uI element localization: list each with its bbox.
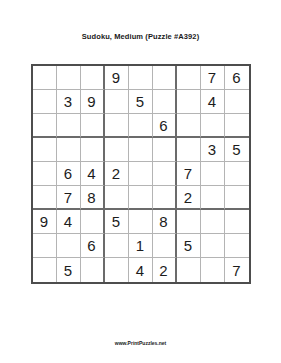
cell-r3c9[interactable] [225, 114, 249, 138]
cell-r6c8[interactable] [201, 186, 225, 210]
cell-r9c2[interactable]: 5 [57, 258, 81, 282]
cell-r1c3[interactable] [81, 66, 105, 90]
cell-r4c7[interactable] [177, 138, 201, 162]
cell-r6c4[interactable] [105, 186, 129, 210]
cell-r7c3[interactable] [81, 210, 105, 234]
cell-r1c5[interactable] [129, 66, 153, 90]
cell-r9c7[interactable] [177, 258, 201, 282]
cell-r9c3[interactable] [81, 258, 105, 282]
cell-r9c1[interactable] [33, 258, 57, 282]
cell-r4c3[interactable] [81, 138, 105, 162]
cell-r3c6[interactable]: 6 [153, 114, 177, 138]
cell-r6c9[interactable] [225, 186, 249, 210]
cell-r6c3[interactable]: 8 [81, 186, 105, 210]
cell-r8c3[interactable]: 6 [81, 234, 105, 258]
cell-r4c1[interactable] [33, 138, 57, 162]
cell-r7c7[interactable] [177, 210, 201, 234]
cell-r3c1[interactable] [33, 114, 57, 138]
cell-r7c1[interactable]: 9 [33, 210, 57, 234]
cell-r2c9[interactable] [225, 90, 249, 114]
cell-r7c8[interactable] [201, 210, 225, 234]
cell-r5c1[interactable] [33, 162, 57, 186]
cell-r1c7[interactable] [177, 66, 201, 90]
cell-r5c5[interactable] [129, 162, 153, 186]
cell-r9c4[interactable] [105, 258, 129, 282]
cell-r3c5[interactable] [129, 114, 153, 138]
cell-r7c9[interactable] [225, 210, 249, 234]
cell-r7c4[interactable]: 5 [105, 210, 129, 234]
cell-r6c7[interactable]: 2 [177, 186, 201, 210]
cell-r2c5[interactable]: 5 [129, 90, 153, 114]
cell-r5c2[interactable]: 6 [57, 162, 81, 186]
cell-r2c8[interactable]: 4 [201, 90, 225, 114]
cell-r3c8[interactable] [201, 114, 225, 138]
cell-r1c6[interactable] [153, 66, 177, 90]
cell-r5c9[interactable] [225, 162, 249, 186]
footer-url: www.PrintPuzzles.net [0, 340, 281, 346]
cell-r5c4[interactable]: 2 [105, 162, 129, 186]
cell-r7c6[interactable]: 8 [153, 210, 177, 234]
cell-r1c2[interactable] [57, 66, 81, 90]
cell-r3c3[interactable] [81, 114, 105, 138]
cell-r1c1[interactable] [33, 66, 57, 90]
cell-r7c5[interactable] [129, 210, 153, 234]
cell-r8c1[interactable] [33, 234, 57, 258]
cell-r2c3[interactable]: 9 [81, 90, 105, 114]
cell-r6c5[interactable] [129, 186, 153, 210]
cell-r1c4[interactable]: 9 [105, 66, 129, 90]
cell-r6c6[interactable] [153, 186, 177, 210]
cell-r8c7[interactable]: 5 [177, 234, 201, 258]
cell-r8c8[interactable] [201, 234, 225, 258]
cell-r5c8[interactable] [201, 162, 225, 186]
cell-r3c4[interactable] [105, 114, 129, 138]
cell-r8c6[interactable] [153, 234, 177, 258]
cell-r2c1[interactable] [33, 90, 57, 114]
cell-r2c2[interactable]: 3 [57, 90, 81, 114]
sudoku-grid: 9763954635642778294586155427 [31, 64, 251, 284]
cell-r9c8[interactable] [201, 258, 225, 282]
cell-r4c2[interactable] [57, 138, 81, 162]
cell-r7c2[interactable]: 4 [57, 210, 81, 234]
cell-r3c2[interactable] [57, 114, 81, 138]
cell-r6c2[interactable]: 7 [57, 186, 81, 210]
cell-r4c6[interactable] [153, 138, 177, 162]
cell-r5c6[interactable] [153, 162, 177, 186]
cell-r4c9[interactable]: 5 [225, 138, 249, 162]
cell-r4c8[interactable]: 3 [201, 138, 225, 162]
cell-r8c9[interactable] [225, 234, 249, 258]
cell-r5c7[interactable]: 7 [177, 162, 201, 186]
cell-r4c5[interactable] [129, 138, 153, 162]
cell-r2c7[interactable] [177, 90, 201, 114]
cell-r2c6[interactable] [153, 90, 177, 114]
puzzle-page: Sudoku, Medium (Puzzle #A392) 9763954635… [0, 0, 281, 363]
cell-r8c2[interactable] [57, 234, 81, 258]
cell-r3c7[interactable] [177, 114, 201, 138]
puzzle-title: Sudoku, Medium (Puzzle #A392) [0, 32, 281, 41]
cell-r9c9[interactable]: 7 [225, 258, 249, 282]
cell-r9c6[interactable]: 2 [153, 258, 177, 282]
cell-r1c8[interactable]: 7 [201, 66, 225, 90]
cell-r8c4[interactable] [105, 234, 129, 258]
cell-r4c4[interactable] [105, 138, 129, 162]
cell-r6c1[interactable] [33, 186, 57, 210]
cell-r2c4[interactable] [105, 90, 129, 114]
cell-r1c9[interactable]: 6 [225, 66, 249, 90]
cell-r8c5[interactable]: 1 [129, 234, 153, 258]
cell-r9c5[interactable]: 4 [129, 258, 153, 282]
cell-r5c3[interactable]: 4 [81, 162, 105, 186]
